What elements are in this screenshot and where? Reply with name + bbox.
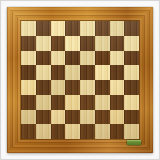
square-b6[interactable] bbox=[36, 51, 51, 66]
square-d6[interactable] bbox=[65, 51, 80, 66]
square-g5[interactable] bbox=[110, 65, 125, 80]
square-e4[interactable] bbox=[80, 80, 95, 95]
square-d2[interactable] bbox=[65, 110, 80, 125]
square-c7[interactable] bbox=[51, 36, 66, 51]
square-a8[interactable] bbox=[21, 21, 36, 36]
square-c8[interactable] bbox=[51, 21, 66, 36]
square-a1[interactable] bbox=[21, 124, 36, 139]
square-c2[interactable] bbox=[51, 110, 66, 125]
square-f8[interactable] bbox=[95, 21, 110, 36]
square-d4[interactable] bbox=[65, 80, 80, 95]
square-b2[interactable] bbox=[36, 110, 51, 125]
square-f5[interactable] bbox=[95, 65, 110, 80]
square-e7[interactable] bbox=[80, 36, 95, 51]
square-c6[interactable] bbox=[51, 51, 66, 66]
square-a6[interactable] bbox=[21, 51, 36, 66]
square-c4[interactable] bbox=[51, 80, 66, 95]
square-d5[interactable] bbox=[65, 65, 80, 80]
square-c5[interactable] bbox=[51, 65, 66, 80]
square-b3[interactable] bbox=[36, 95, 51, 110]
square-h1[interactable] bbox=[124, 124, 139, 139]
square-h7[interactable] bbox=[124, 36, 139, 51]
square-h6[interactable] bbox=[124, 51, 139, 66]
square-f3[interactable] bbox=[95, 95, 110, 110]
frame-rail-top bbox=[7, 7, 153, 21]
frame-rail-right bbox=[139, 7, 153, 153]
square-b4[interactable] bbox=[36, 80, 51, 95]
square-g2[interactable] bbox=[110, 110, 125, 125]
square-b1[interactable] bbox=[36, 124, 51, 139]
square-b8[interactable] bbox=[36, 21, 51, 36]
square-c1[interactable] bbox=[51, 124, 66, 139]
square-g8[interactable] bbox=[110, 21, 125, 36]
square-b7[interactable] bbox=[36, 36, 51, 51]
square-f4[interactable] bbox=[95, 80, 110, 95]
square-h8[interactable] bbox=[124, 21, 139, 36]
square-d8[interactable] bbox=[65, 21, 80, 36]
square-b5[interactable] bbox=[36, 65, 51, 80]
square-h2[interactable] bbox=[124, 110, 139, 125]
square-d3[interactable] bbox=[65, 95, 80, 110]
square-h3[interactable] bbox=[124, 95, 139, 110]
square-f7[interactable] bbox=[95, 36, 110, 51]
square-h4[interactable] bbox=[124, 80, 139, 95]
square-g1[interactable] bbox=[110, 124, 125, 139]
square-h5[interactable] bbox=[124, 65, 139, 80]
square-a4[interactable] bbox=[21, 80, 36, 95]
square-a2[interactable] bbox=[21, 110, 36, 125]
board-photo bbox=[0, 0, 160, 160]
square-e3[interactable] bbox=[80, 95, 95, 110]
square-d1[interactable] bbox=[65, 124, 80, 139]
square-g7[interactable] bbox=[110, 36, 125, 51]
square-e6[interactable] bbox=[80, 51, 95, 66]
square-g6[interactable] bbox=[110, 51, 125, 66]
chessboard bbox=[21, 21, 139, 139]
square-g4[interactable] bbox=[110, 80, 125, 95]
square-c3[interactable] bbox=[51, 95, 66, 110]
square-e8[interactable] bbox=[80, 21, 95, 36]
square-f2[interactable] bbox=[95, 110, 110, 125]
maker-label-sticker bbox=[127, 140, 141, 145]
square-a3[interactable] bbox=[21, 95, 36, 110]
square-e1[interactable] bbox=[80, 124, 95, 139]
square-f6[interactable] bbox=[95, 51, 110, 66]
square-e2[interactable] bbox=[80, 110, 95, 125]
square-e5[interactable] bbox=[80, 65, 95, 80]
square-a7[interactable] bbox=[21, 36, 36, 51]
frame-rail-left bbox=[7, 7, 21, 153]
square-a5[interactable] bbox=[21, 65, 36, 80]
square-g3[interactable] bbox=[110, 95, 125, 110]
square-f1[interactable] bbox=[95, 124, 110, 139]
square-d7[interactable] bbox=[65, 36, 80, 51]
